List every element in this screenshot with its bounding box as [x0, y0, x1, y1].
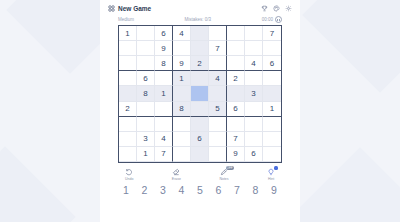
- cell-r8c5[interactable]: 6: [191, 132, 209, 147]
- palette-icon[interactable]: [273, 5, 280, 12]
- cell-r5c5[interactable]: [191, 86, 209, 101]
- erase-icon: [172, 168, 180, 176]
- difficulty-label: Medium: [118, 17, 134, 22]
- cell-r1c3[interactable]: 6: [155, 26, 173, 41]
- cell-r1c4[interactable]: 4: [173, 26, 191, 41]
- cell-r2c3[interactable]: 9: [155, 41, 173, 56]
- hint-badge: [274, 166, 278, 170]
- cell-r3c5[interactable]: 2: [191, 56, 209, 71]
- cell-r4c5[interactable]: [191, 71, 209, 86]
- cell-r4c3[interactable]: [155, 71, 173, 86]
- numpad-key-2[interactable]: 2: [139, 184, 151, 196]
- cell-r9c8[interactable]: 6: [245, 147, 263, 162]
- cell-r3c3[interactable]: 8: [155, 56, 173, 71]
- cell-r6c2[interactable]: [137, 102, 155, 117]
- cell-r6c5[interactable]: [191, 102, 209, 117]
- cell-r2c4[interactable]: [173, 41, 191, 56]
- background-shape: [0, 146, 76, 222]
- numpad-key-7[interactable]: 7: [231, 184, 243, 196]
- cell-r6c9[interactable]: 1: [263, 102, 281, 117]
- notes-label: Notes: [219, 177, 228, 181]
- numpad-key-8[interactable]: 8: [250, 184, 262, 196]
- undo-icon: [125, 168, 133, 176]
- trophy-icon[interactable]: [261, 5, 268, 12]
- cell-r5c6[interactable]: [209, 86, 227, 101]
- cell-r9c9[interactable]: [263, 147, 281, 162]
- page-title: New Game: [118, 5, 151, 12]
- cell-r7c5[interactable]: [191, 117, 209, 132]
- cell-r1c6[interactable]: [209, 26, 227, 41]
- numpad-key-1[interactable]: 1: [120, 184, 132, 196]
- app-panel: New Game: [100, 0, 300, 222]
- cell-r2c5[interactable]: [191, 41, 209, 56]
- cell-r3c1[interactable]: [119, 56, 137, 71]
- cell-r1c8[interactable]: [245, 26, 263, 41]
- cell-r7c9[interactable]: [263, 117, 281, 132]
- cell-r8c8[interactable]: [245, 132, 263, 147]
- cell-r2c9[interactable]: [263, 41, 281, 56]
- cell-r1c9[interactable]: 7: [263, 26, 281, 41]
- cell-r6c7[interactable]: 6: [227, 102, 245, 117]
- cell-r9c3[interactable]: 7: [155, 147, 173, 162]
- timer-label: 00:00: [262, 17, 273, 22]
- cell-r9c5[interactable]: [191, 147, 209, 162]
- numpad-key-4[interactable]: 4: [176, 184, 188, 196]
- cell-r9c7[interactable]: 9: [227, 147, 245, 162]
- cell-r9c1[interactable]: [119, 147, 137, 162]
- cell-r9c2[interactable]: 1: [137, 147, 155, 162]
- numpad-key-5[interactable]: 5: [194, 184, 206, 196]
- cell-r6c8[interactable]: [245, 102, 263, 117]
- cell-r4c6[interactable]: 4: [209, 71, 227, 86]
- cell-r1c7[interactable]: [227, 26, 245, 41]
- cell-r5c1[interactable]: [119, 86, 137, 101]
- cell-r2c7[interactable]: [227, 41, 245, 56]
- numpad: 123456789: [120, 184, 280, 196]
- cell-r5c8[interactable]: 3: [245, 86, 263, 101]
- cell-r4c2[interactable]: 6: [137, 71, 155, 86]
- hint-label: Hint: [268, 177, 274, 181]
- notes-off-badge: OFF: [226, 166, 234, 170]
- cell-r7c1[interactable]: [119, 117, 137, 132]
- cell-r2c8[interactable]: [245, 41, 263, 56]
- cell-r6c1[interactable]: 2: [119, 102, 137, 117]
- cell-r5c9[interactable]: [263, 86, 281, 101]
- cell-r3c6[interactable]: [209, 56, 227, 71]
- cell-r4c4[interactable]: 1: [173, 71, 191, 86]
- cell-r7c6[interactable]: [209, 117, 227, 132]
- cell-r5c3[interactable]: 1: [155, 86, 173, 101]
- cell-r1c5[interactable]: [191, 26, 209, 41]
- cell-r3c4[interactable]: 9: [173, 56, 191, 71]
- cell-r4c8[interactable]: [245, 71, 263, 86]
- cell-r7c4[interactable]: [173, 117, 191, 132]
- cell-r4c7[interactable]: 2: [227, 71, 245, 86]
- cell-r3c7[interactable]: [227, 56, 245, 71]
- header: New Game: [100, 0, 300, 15]
- cell-r8c3[interactable]: 4: [155, 132, 173, 147]
- cell-r2c1[interactable]: [119, 41, 137, 56]
- undo-button[interactable]: Undo: [125, 168, 133, 181]
- cell-r7c7[interactable]: [227, 117, 245, 132]
- cell-r8c7[interactable]: 7: [227, 132, 245, 147]
- cell-r8c2[interactable]: 3: [137, 132, 155, 147]
- board: 1647978924661428132856134671796: [118, 25, 282, 163]
- cell-r6c4[interactable]: 8: [173, 102, 191, 117]
- cell-r5c7[interactable]: [227, 86, 245, 101]
- cell-r8c9[interactable]: [263, 132, 281, 147]
- cell-r3c8[interactable]: 4: [245, 56, 263, 71]
- cell-r4c9[interactable]: [263, 71, 281, 86]
- cell-r9c4[interactable]: [173, 147, 191, 162]
- cell-r8c6[interactable]: [209, 132, 227, 147]
- toolbar: Undo Erase OFF Notes: [125, 168, 275, 181]
- background-shape: [302, 0, 400, 93]
- cell-r6c3[interactable]: [155, 102, 173, 117]
- numpad-key-9[interactable]: 9: [268, 184, 280, 196]
- numpad-key-6[interactable]: 6: [213, 184, 225, 196]
- page: New Game: [0, 0, 400, 222]
- cell-r4c1[interactable]: [119, 71, 137, 86]
- cell-r5c2[interactable]: 8: [137, 86, 155, 101]
- status-row: Medium Mistakes: 0/3 00:00: [100, 15, 300, 24]
- cell-r3c9[interactable]: 6: [263, 56, 281, 71]
- cell-r2c2[interactable]: [137, 41, 155, 56]
- cell-r3c2[interactable]: [137, 56, 155, 71]
- cell-r2c6[interactable]: 7: [209, 41, 227, 56]
- mistakes-label: Mistakes: 0/3: [185, 17, 212, 22]
- cell-r6c6[interactable]: 5: [209, 102, 227, 117]
- cell-r7c8[interactable]: [245, 117, 263, 132]
- cell-r1c1[interactable]: 1: [119, 26, 137, 41]
- notes-button[interactable]: OFF Notes: [219, 168, 228, 181]
- undo-label: Undo: [125, 177, 133, 181]
- cell-r8c1[interactable]: [119, 132, 137, 147]
- cell-r5c4[interactable]: [173, 86, 191, 101]
- erase-button[interactable]: Erase: [172, 168, 181, 181]
- cell-r7c3[interactable]: [155, 117, 173, 132]
- numpad-key-3[interactable]: 3: [157, 184, 169, 196]
- hint-button[interactable]: Hint: [267, 168, 275, 181]
- cell-r1c2[interactable]: [137, 26, 155, 41]
- cell-r9c6[interactable]: [209, 147, 227, 162]
- cell-r8c4[interactable]: [173, 132, 191, 147]
- pause-button[interactable]: [275, 16, 282, 23]
- erase-label: Erase: [172, 177, 181, 181]
- menu-grid-icon[interactable]: [108, 5, 115, 12]
- settings-icon[interactable]: [285, 5, 292, 12]
- cell-r7c2[interactable]: [137, 117, 155, 132]
